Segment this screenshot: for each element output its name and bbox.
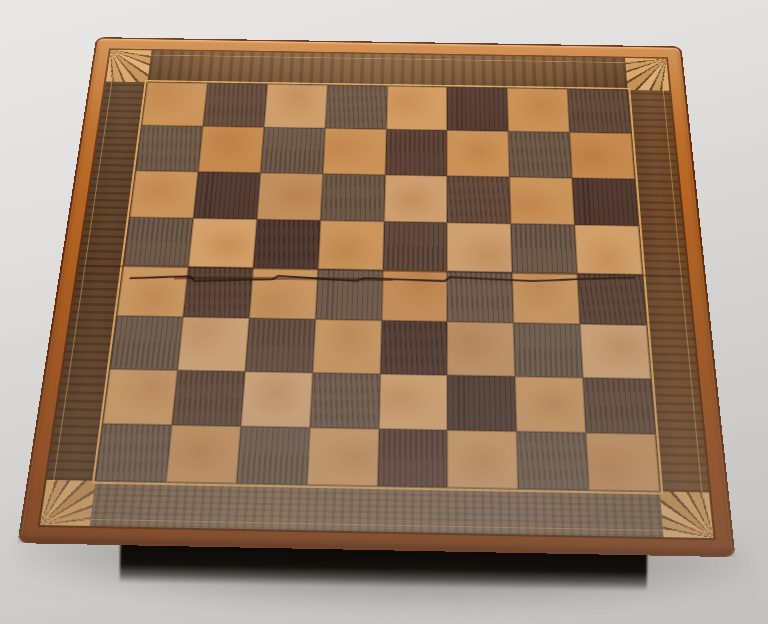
board-square (577, 273, 646, 325)
board-square (575, 225, 643, 275)
board-square (380, 321, 448, 375)
board-square (448, 430, 519, 489)
board-square (124, 217, 194, 267)
board-square (515, 376, 586, 433)
board-square (512, 272, 580, 324)
board-square (320, 173, 385, 221)
board-square (447, 322, 515, 376)
fan-inlay-bottom-right (660, 492, 714, 539)
board-square (193, 171, 260, 219)
board-square (130, 170, 198, 218)
board-square (381, 270, 447, 322)
board-square (570, 133, 635, 179)
board-square (203, 83, 267, 127)
chessboard (17, 37, 735, 557)
board-square (447, 222, 512, 272)
board-square (136, 125, 203, 171)
board-square (312, 320, 381, 374)
board-square (510, 177, 575, 225)
board-square (567, 89, 631, 133)
board-square (447, 176, 511, 224)
board-square (447, 130, 509, 176)
board-square (386, 86, 447, 130)
board-square (580, 324, 651, 378)
board-square (508, 131, 572, 177)
board-square (253, 219, 320, 269)
board-square (260, 127, 325, 173)
board-square (379, 374, 448, 430)
board-square (183, 267, 253, 319)
board-square (447, 87, 508, 131)
board-square (384, 174, 448, 222)
fan-inlay-top-left (106, 50, 152, 82)
board-square (142, 82, 207, 126)
board-square (383, 221, 448, 271)
board-square (95, 423, 171, 482)
board-square (517, 431, 589, 490)
board-square (448, 375, 517, 431)
board-square (188, 218, 256, 268)
board-square (447, 271, 513, 323)
board-square (166, 425, 241, 484)
board-square (310, 372, 380, 428)
board-square (241, 371, 313, 427)
board-square (507, 88, 569, 132)
board-square (385, 129, 447, 175)
photo-background (0, 0, 768, 624)
board-square (323, 128, 386, 174)
board-square (572, 178, 638, 226)
board-square (586, 433, 660, 492)
board-square (117, 265, 188, 317)
board-square (318, 220, 384, 270)
board-square (325, 85, 387, 129)
board-square (257, 172, 323, 220)
board-square (236, 426, 309, 485)
board-square (264, 84, 327, 128)
board-square (583, 377, 655, 434)
board-square (110, 316, 183, 370)
board-molding-frame (17, 37, 735, 557)
board-square (377, 429, 448, 488)
board-grid (95, 82, 659, 491)
board-square (177, 317, 249, 371)
board-square (514, 323, 583, 377)
board-square (103, 369, 178, 425)
board-square (511, 223, 577, 273)
board-square (172, 370, 245, 426)
board-square (315, 269, 382, 321)
board-square (198, 126, 264, 172)
board-square (245, 318, 315, 372)
fan-inlay-bottom-left (40, 480, 95, 526)
board-border-frame (40, 50, 713, 538)
fan-inlay-top-right (625, 58, 669, 91)
board-square (249, 268, 318, 320)
board-square (307, 427, 379, 486)
